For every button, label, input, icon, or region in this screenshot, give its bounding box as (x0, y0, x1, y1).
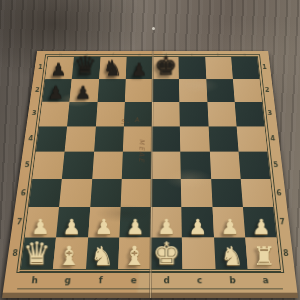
square-f6[interactable] (90, 179, 122, 207)
square-g4[interactable] (65, 126, 96, 152)
piece-wK-d8[interactable]: ♚ (150, 238, 182, 269)
piece-wP-c7[interactable]: ♟ (182, 216, 214, 237)
wear-stain (96, 205, 152, 223)
board-grid: ♟♛♞♟♚♟♟♟♟♟♟♟♟♟♟♛♝♞♝♚♞♜ (21, 57, 280, 269)
square-h7[interactable]: ♟ (25, 207, 59, 237)
coordinate-label: d (150, 275, 183, 285)
coordinate-label: a (231, 51, 258, 56)
square-f3[interactable] (95, 102, 124, 126)
coordinate-label: 3 (29, 110, 40, 117)
rank-labels-left: 12345678 (7, 56, 47, 270)
square-d1[interactable]: ♚ (152, 57, 179, 79)
piece-bP-h1[interactable]: ♟ (45, 61, 72, 79)
coordinate-label: e (126, 51, 152, 56)
piece-bK-d1[interactable]: ♚ (152, 53, 179, 79)
piece-wN-b8[interactable]: ♞ (215, 243, 247, 269)
wear-stain (165, 169, 212, 189)
square-h8[interactable]: ♛ (21, 237, 57, 269)
coordinate-label: d (153, 51, 179, 56)
piece-bQ-g1[interactable]: ♛ (72, 53, 99, 79)
coordinate-label: 6 (273, 189, 285, 197)
coordinate-label: 4 (25, 135, 36, 142)
coordinate-label: b (205, 51, 232, 56)
square-b8[interactable]: ♞ (214, 237, 248, 269)
piece-bP-g2[interactable]: ♟ (70, 84, 98, 102)
coordinate-label: 3 (264, 110, 275, 117)
file-labels-top: hgfedcba (47, 51, 257, 56)
square-g1[interactable]: ♛ (72, 57, 100, 79)
square-e4[interactable] (123, 126, 152, 152)
square-c3[interactable] (180, 102, 209, 126)
rank-labels-right: 12345678 (259, 56, 294, 270)
square-g8[interactable]: ♝ (53, 237, 88, 269)
square-f5[interactable] (92, 152, 123, 179)
piece-wR-a8[interactable]: ♜ (248, 244, 280, 269)
square-d4[interactable] (152, 126, 181, 152)
square-h6[interactable] (29, 179, 62, 207)
piece-bN-f1[interactable]: ♞ (99, 57, 126, 79)
piece-wP-b7[interactable]: ♟ (214, 216, 246, 237)
coordinate-label: 8 (9, 249, 22, 258)
coordinate-label: f (100, 51, 126, 56)
square-b2[interactable] (206, 79, 235, 102)
piece-wP-h7[interactable]: ♟ (25, 216, 57, 237)
square-g5[interactable] (62, 152, 94, 179)
square-g6[interactable] (59, 179, 92, 207)
piece-bP-h2[interactable]: ♟ (42, 84, 70, 102)
square-f2[interactable] (97, 79, 125, 102)
handwritten-graffiti-vertical: MEAE (137, 139, 145, 164)
coordinate-label: h (18, 275, 52, 285)
piece-wP-e7[interactable]: ♟ (119, 216, 151, 237)
square-a8[interactable]: ♜ (245, 237, 280, 269)
square-g7[interactable]: ♟ (56, 207, 90, 237)
square-h5[interactable] (32, 152, 64, 179)
square-c6[interactable] (181, 179, 212, 207)
square-d5[interactable] (151, 152, 181, 179)
square-d8[interactable]: ♚ (150, 237, 182, 269)
square-h4[interactable] (36, 126, 67, 152)
coordinate-label: a (249, 275, 283, 285)
square-a5[interactable] (238, 152, 270, 179)
square-e3[interactable] (124, 102, 152, 126)
square-f7[interactable]: ♟ (88, 207, 121, 237)
wear-stain (59, 93, 95, 107)
board-hinge-seam (149, 51, 154, 298)
square-a3[interactable] (234, 102, 264, 126)
wear-stain (178, 78, 219, 93)
chess-board-photo: hgfedcba 12345678 12345678 S. A MEAE ♟♛♞… (0, 0, 300, 300)
square-f4[interactable] (94, 126, 124, 152)
coordinate-label: c (179, 51, 205, 56)
piece-wP-g7[interactable]: ♟ (56, 216, 88, 237)
square-e2[interactable] (125, 79, 153, 102)
square-c2[interactable] (179, 79, 207, 102)
square-c4[interactable] (180, 126, 209, 152)
coordinate-label: g (74, 51, 101, 56)
square-f1[interactable]: ♞ (99, 57, 127, 79)
square-a2[interactable] (233, 79, 262, 102)
coordinate-label: 4 (267, 135, 278, 142)
square-e5[interactable] (122, 152, 152, 179)
square-b6[interactable] (211, 179, 243, 207)
square-b5[interactable] (209, 152, 240, 179)
square-h2[interactable]: ♟ (42, 79, 72, 102)
square-d3[interactable] (152, 102, 180, 126)
square-c5[interactable] (180, 152, 210, 179)
square-b1[interactable] (205, 57, 233, 79)
square-c8[interactable] (182, 237, 215, 269)
square-h3[interactable] (39, 102, 70, 126)
piece-wP-d7[interactable]: ♟ (151, 216, 183, 237)
coordinate-label: 5 (270, 161, 281, 168)
coordinate-label: 6 (17, 189, 29, 197)
square-h1[interactable]: ♟ (45, 57, 74, 79)
piece-wQ-h8[interactable]: ♛ (20, 238, 52, 269)
coordinate-label: 7 (13, 218, 25, 226)
coordinate-label: 1 (259, 64, 269, 70)
square-c1[interactable] (179, 57, 206, 79)
square-g3[interactable] (67, 102, 97, 126)
coordinate-label: g (51, 275, 85, 285)
square-b7[interactable]: ♟ (212, 207, 245, 237)
coordinate-label: 7 (276, 218, 288, 226)
coordinate-label: b (216, 275, 250, 285)
coordinate-label: c (183, 275, 216, 285)
square-g2[interactable]: ♟ (70, 79, 99, 102)
coordinate-label: 5 (21, 161, 33, 168)
piece-wB-e8[interactable]: ♝ (118, 243, 150, 269)
square-d6[interactable] (151, 179, 182, 207)
piece-wB-g8[interactable]: ♝ (53, 243, 85, 269)
square-e6[interactable] (120, 179, 151, 207)
coordinate-label: 2 (262, 87, 273, 93)
square-a4[interactable] (236, 126, 267, 152)
square-a7[interactable]: ♟ (243, 207, 277, 237)
coordinate-label: 2 (32, 87, 43, 93)
scene: hgfedcba 12345678 12345678 S. A MEAE ♟♛♞… (0, 0, 300, 300)
coordinate-label: 1 (35, 64, 45, 70)
square-b3[interactable] (207, 102, 236, 126)
playing-area: S. A MEAE ♟♛♞♟♚♟♟♟♟♟♟♟♟♟♟♛♝♞♝♚♞♜ (20, 56, 281, 270)
square-a1[interactable] (231, 57, 259, 79)
square-c7[interactable]: ♟ (182, 207, 214, 237)
file-labels-bottom: hgfedcba (17, 271, 283, 290)
square-a6[interactable] (240, 179, 273, 207)
coordinate-label: f (84, 275, 118, 285)
piece-wP-a7[interactable]: ♟ (245, 216, 277, 237)
square-e8[interactable]: ♝ (118, 237, 151, 269)
square-d7[interactable]: ♟ (151, 207, 182, 237)
coordinate-label: 8 (280, 249, 293, 258)
piece-wN-f8[interactable]: ♞ (85, 243, 117, 269)
square-b4[interactable] (208, 126, 238, 152)
coordinate-label: h (47, 51, 74, 56)
coordinate-label: e (117, 275, 150, 285)
piece-bP-e1[interactable]: ♟ (125, 61, 152, 79)
handwritten-graffiti: S. A (120, 116, 141, 125)
folding-chess-board: hgfedcba 12345678 12345678 S. A MEAE ♟♛♞… (2, 51, 298, 298)
square-f8[interactable]: ♞ (86, 237, 120, 269)
square-e7[interactable]: ♟ (119, 207, 151, 237)
square-d2[interactable] (152, 79, 179, 102)
piece-wP-f7[interactable]: ♟ (88, 216, 120, 237)
square-e1[interactable]: ♟ (126, 57, 153, 79)
